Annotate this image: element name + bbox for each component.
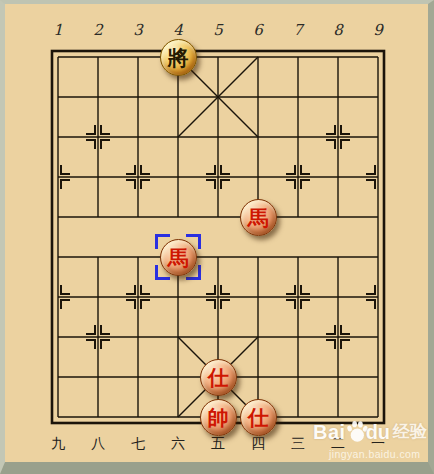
watermark-brand-right: du <box>366 421 390 444</box>
file-label-bottom-2: 八 <box>78 435 118 453</box>
file-label-bottom-3: 七 <box>118 435 158 453</box>
watermark-brand-suffix: 经验 <box>393 420 427 443</box>
board-point-f5-r8: 仕 <box>198 357 238 397</box>
file-label-bottom-6: 四 <box>238 435 278 453</box>
black-piece-將[interactable]: 將 <box>160 39 197 76</box>
red-piece-馬[interactable]: 馬 <box>160 239 197 276</box>
watermark-url: jingyan.baidu.com <box>329 448 420 460</box>
file-label-bottom-7: 三 <box>278 435 318 453</box>
red-piece-帥[interactable]: 帥 <box>200 399 237 436</box>
baidu-jingyan-watermark: Bai du 经验 <box>313 419 427 444</box>
board-point-f5-r9: 帥 <box>198 397 238 437</box>
board-point-f4-r5: 馬 <box>158 237 198 277</box>
board-point-f6-r4: 馬 <box>238 197 278 237</box>
red-piece-仕[interactable]: 仕 <box>200 359 237 396</box>
xiangqi-board: 將馬馬仕帥仕 <box>38 37 398 437</box>
file-label-bottom-5: 五 <box>198 435 238 453</box>
red-piece-仕[interactable]: 仕 <box>240 399 277 436</box>
board-point-f6-r9: 仕 <box>238 397 278 437</box>
board-point-f4-r0: 將 <box>158 37 198 77</box>
red-piece-馬[interactable]: 馬 <box>240 199 277 236</box>
file-label-bottom-1: 九 <box>38 435 78 453</box>
file-label-bottom-4: 六 <box>158 435 198 453</box>
watermark-brand-left: Bai <box>313 421 346 444</box>
